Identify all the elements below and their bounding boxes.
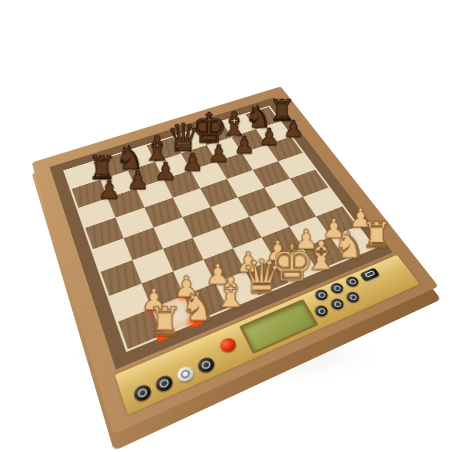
panel-key-left-2[interactable] xyxy=(154,373,175,393)
panel-key-right-bottom-3[interactable] xyxy=(344,291,361,305)
piece-white-rook-a1[interactable]: ♜ xyxy=(147,295,182,342)
piece-black-pawn-f7[interactable]: ♟ xyxy=(231,128,258,157)
piece-white-queen-d1[interactable]: ♛ xyxy=(245,247,279,301)
panel-key-left-4[interactable] xyxy=(196,355,216,374)
panel-key-right-top-1[interactable] xyxy=(313,288,330,302)
panel-key-left-1[interactable] xyxy=(132,382,153,403)
panel-key-right-bottom-2[interactable] xyxy=(329,297,346,311)
chess-computer: ♜♞♝♛♚♝♞♜♟♟♟♟♟♟♟♟♟♟♟♟♟♟♟♟♜♞♝♛♚♝♞♜ xyxy=(32,87,439,435)
piece-black-pawn-d7[interactable]: ♟ xyxy=(179,145,207,175)
piece-black-pawn-a7[interactable]: ♟ xyxy=(95,172,124,203)
panel-key-right-top-2[interactable] xyxy=(329,282,345,296)
piece-black-pawn-h7[interactable]: ♟ xyxy=(280,112,307,140)
left-key-cluster xyxy=(132,355,216,403)
panel-key-right-top-4[interactable] xyxy=(359,267,379,281)
panel-key-right-top-3[interactable] xyxy=(344,275,360,288)
scene: ♜♞♝♛♚♝♞♜♟♟♟♟♟♟♟♟♟♟♟♟♟♟♟♟♜♞♝♛♚♝♞♜ xyxy=(0,0,452,452)
piece-black-pawn-c7[interactable]: ♟ xyxy=(151,153,179,183)
piece-black-pawn-b7[interactable]: ♟ xyxy=(123,162,152,193)
piece-white-knight-b1[interactable]: ♞ xyxy=(181,280,216,327)
red-key-wrap xyxy=(218,336,238,354)
piece-black-pawn-e7[interactable]: ♟ xyxy=(205,136,233,166)
piece-black-pawn-g7[interactable]: ♟ xyxy=(256,120,283,149)
piece-white-bishop-c1[interactable]: ♝ xyxy=(213,265,247,314)
panel-key-right-bottom-1[interactable] xyxy=(313,304,330,318)
panel-key-red[interactable] xyxy=(218,336,238,354)
panel-key-left-3[interactable] xyxy=(175,364,195,384)
